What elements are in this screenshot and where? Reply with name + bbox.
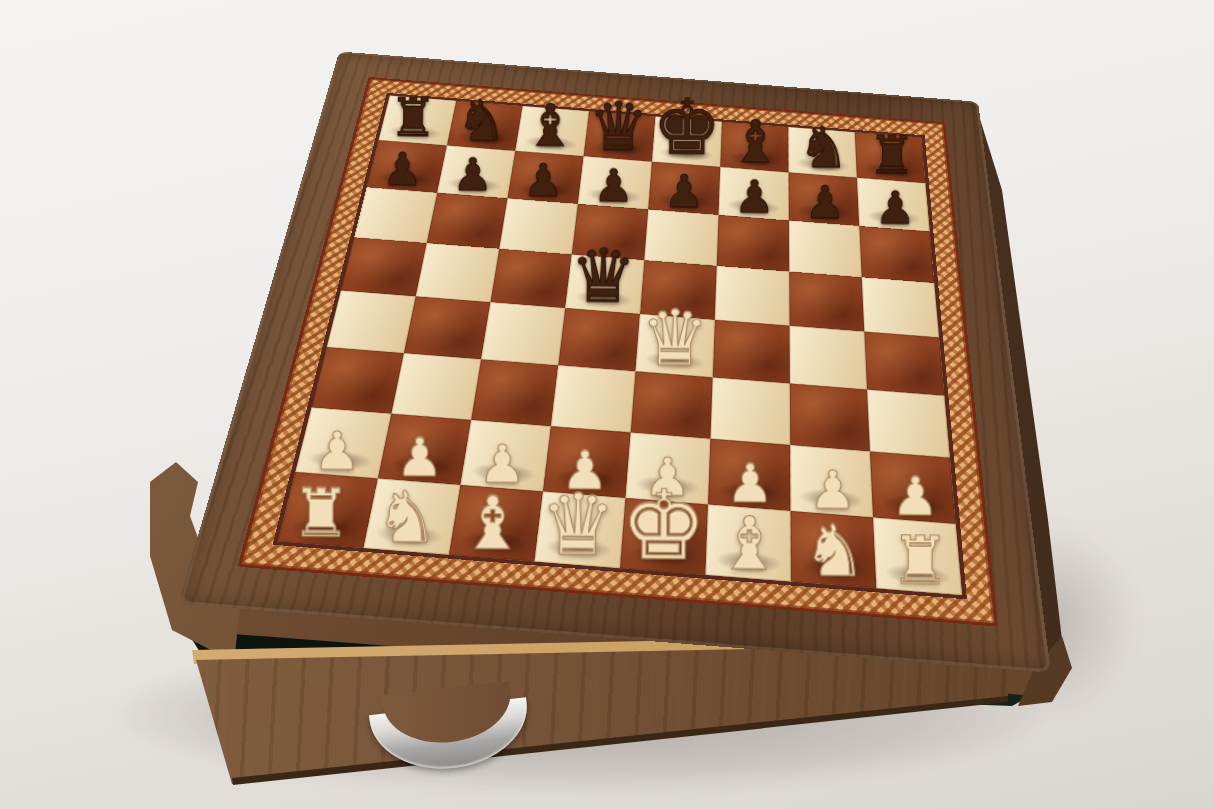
square-d4 xyxy=(558,308,640,371)
square-f4 xyxy=(713,320,790,384)
square-g7: ♟ xyxy=(789,172,860,226)
square-e8: ♚ xyxy=(652,117,722,168)
square-c8: ♝ xyxy=(515,106,589,156)
dark-pawn-b7: ♟ xyxy=(452,152,493,198)
square-b7: ♟ xyxy=(437,146,515,199)
square-h3 xyxy=(867,390,950,458)
light-queen-d1: ♛ xyxy=(539,482,616,567)
dark-knight-g8: ♞ xyxy=(797,119,848,176)
square-c3 xyxy=(471,359,558,426)
square-a2: ♟ xyxy=(295,407,391,478)
square-b3 xyxy=(391,353,481,420)
square-g3 xyxy=(790,384,870,452)
studio-scene: ♜♞♝♛♚♝♞♜♟♟♟♟♟♟♟♟♛♛♟♟♟♟♟♟♟♟♜♞♝♛♚♝♞♜ xyxy=(0,0,1214,809)
piece-shadow xyxy=(455,129,510,147)
square-c7: ♟ xyxy=(508,151,584,204)
piece-shadow xyxy=(866,208,922,227)
dark-knight-b8: ♞ xyxy=(455,92,506,149)
square-g1: ♞ xyxy=(791,511,877,588)
square-h5 xyxy=(862,277,939,337)
square-f1: ♝ xyxy=(705,505,790,582)
dark-queen-d5: ♛ xyxy=(569,238,636,313)
light-pawn-a2: ♟ xyxy=(312,424,360,477)
light-knight-g1: ♞ xyxy=(802,516,866,588)
piece-shadow xyxy=(796,202,851,221)
square-a3 xyxy=(312,347,404,414)
piece-shadow xyxy=(592,139,646,157)
square-e4: ♛ xyxy=(635,314,714,377)
square-f6 xyxy=(717,215,789,272)
square-a8: ♜ xyxy=(379,96,457,146)
light-bishop-c1: ♝ xyxy=(459,486,525,560)
light-knight-b1: ♞ xyxy=(374,482,438,554)
square-d3 xyxy=(551,365,636,432)
square-e7: ♟ xyxy=(648,162,720,215)
square-e6 xyxy=(644,209,718,265)
dark-rook-h8: ♜ xyxy=(867,128,915,181)
square-d8: ♛ xyxy=(584,111,656,161)
light-king-e1: ♚ xyxy=(620,477,707,574)
square-b5 xyxy=(416,243,500,302)
square-d7: ♟ xyxy=(578,156,652,209)
dark-pawn-f7: ♟ xyxy=(733,174,774,220)
piece-shadow xyxy=(516,181,573,200)
light-rook-h1: ♜ xyxy=(890,527,950,594)
square-g8: ♞ xyxy=(788,127,857,178)
square-a6 xyxy=(354,187,437,243)
square-f5 xyxy=(715,266,790,326)
board-rotation-wrapper: ♜♞♝♛♚♝♞♜♟♟♟♟♟♟♟♟♛♛♟♟♟♟♟♟♟♟♜♞♝♛♚♝♞♜ xyxy=(242,0,1038,712)
square-a4 xyxy=(327,290,416,353)
piece-shadow xyxy=(656,192,711,211)
square-d5: ♛ xyxy=(565,254,644,314)
square-h4 xyxy=(864,332,944,396)
square-g2: ♟ xyxy=(790,445,873,517)
square-e3 xyxy=(631,371,713,438)
dark-queen-d8: ♛ xyxy=(587,92,648,160)
square-c5 xyxy=(490,249,571,308)
board-scene: ♜♞♝♛♚♝♞♜♟♟♟♟♟♟♟♟♛♛♟♟♟♟♟♟♟♟♜♞♝♛♚♝♞♜ xyxy=(270,0,1010,684)
light-queen-e4: ♛ xyxy=(640,299,709,376)
board-frame: ♜♞♝♛♚♝♞♜♟♟♟♟♟♟♟♟♛♛♟♟♟♟♟♟♟♟♜♞♝♛♚♝♞♜ xyxy=(178,51,1051,672)
piece-shadow xyxy=(523,134,578,152)
square-f7: ♟ xyxy=(719,167,789,220)
square-h8: ♜ xyxy=(855,132,926,183)
dark-king-e8: ♚ xyxy=(652,88,722,165)
light-bishop-f1: ♝ xyxy=(715,507,781,581)
piece-shadow xyxy=(376,170,434,189)
dark-pawn-h7: ♟ xyxy=(874,185,915,231)
zigzag-inlay-border: ♜♞♝♛♚♝♞♜♟♟♟♟♟♟♟♟♛♛♟♟♟♟♟♟♟♟♜♞♝♛♚♝♞♜ xyxy=(237,77,998,627)
square-e1: ♚ xyxy=(620,498,708,575)
piece-shadow xyxy=(586,186,642,205)
dark-bishop-f8: ♝ xyxy=(728,112,781,171)
piece-shadow xyxy=(728,150,781,168)
piece-shadow xyxy=(660,145,714,163)
square-h1: ♜ xyxy=(873,517,962,595)
square-c6 xyxy=(499,198,578,254)
square-b4 xyxy=(404,296,491,359)
board-tilt-wrapper: ♜♞♝♛♚♝♞♜♟♟♟♟♟♟♟♟♛♛♟♟♟♟♟♟♟♟♜♞♝♛♚♝♞♜ xyxy=(178,51,1051,672)
square-g6 xyxy=(789,221,862,278)
square-d1: ♛ xyxy=(535,492,626,569)
light-rook-a1: ♜ xyxy=(291,480,351,547)
dark-rook-a8: ♜ xyxy=(389,91,437,144)
dark-pawn-g7: ♟ xyxy=(804,179,845,225)
piece-shadow xyxy=(726,197,781,216)
square-b8: ♞ xyxy=(447,101,523,151)
square-b6 xyxy=(427,193,508,249)
square-c1: ♝ xyxy=(449,485,543,561)
dark-bishop-c8: ♝ xyxy=(523,96,576,155)
piece-shadow xyxy=(864,161,918,179)
square-f8: ♝ xyxy=(720,122,788,173)
dark-pawn-d7: ♟ xyxy=(593,163,634,209)
dark-pawn-a7: ♟ xyxy=(381,146,422,192)
light-pawn-h2: ♟ xyxy=(891,469,939,522)
square-g4 xyxy=(790,326,868,390)
square-a5 xyxy=(341,237,427,296)
piece-shadow xyxy=(387,123,443,141)
square-a1: ♜ xyxy=(278,472,378,548)
square-h2: ♟ xyxy=(870,451,956,524)
square-b1: ♞ xyxy=(364,479,461,555)
square-c4 xyxy=(481,302,565,365)
square-h6 xyxy=(859,226,934,283)
dark-pawn-c7: ♟ xyxy=(522,157,563,203)
square-h7: ♟ xyxy=(857,178,930,232)
square-g5 xyxy=(789,272,864,332)
square-a7: ♟ xyxy=(367,140,447,193)
chess-board: ♜♞♝♛♚♝♞♜♟♟♟♟♟♟♟♟♛♛♟♟♟♟♟♟♟♟♜♞♝♛♚♝♞♜ xyxy=(272,93,966,599)
piece-shadow xyxy=(446,175,503,194)
dark-pawn-e7: ♟ xyxy=(663,168,704,214)
square-b2: ♟ xyxy=(378,414,471,485)
square-f3 xyxy=(710,377,790,445)
piece-shadow xyxy=(796,155,849,173)
